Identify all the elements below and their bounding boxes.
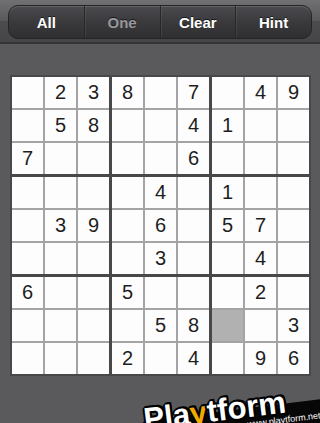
toolbar: All One Clear Hint xyxy=(0,0,320,44)
sudoku-board: 2358787464913946315746558242396 xyxy=(10,75,311,376)
cell-r4c2[interactable] xyxy=(45,177,76,208)
cell-r8c6[interactable]: 8 xyxy=(178,310,209,341)
cell-r1c1[interactable] xyxy=(12,77,43,108)
cell-r7c5[interactable] xyxy=(145,277,176,308)
cell-r9c6[interactable]: 4 xyxy=(178,343,209,374)
cell-r5c1[interactable] xyxy=(12,210,43,241)
cell-r4c8[interactable] xyxy=(245,177,276,208)
cell-r4c3[interactable] xyxy=(78,177,109,208)
cell-r5c5[interactable]: 6 xyxy=(145,210,176,241)
cell-r1c4[interactable]: 8 xyxy=(112,77,143,108)
hint-button[interactable]: Hint xyxy=(236,6,311,38)
cell-r6c2[interactable] xyxy=(45,243,76,274)
cell-r1c2[interactable]: 2 xyxy=(45,77,76,108)
watermark-logo-prefix: Pla xyxy=(141,396,191,423)
cell-r7c9[interactable] xyxy=(278,277,309,308)
cell-r9c4[interactable]: 2 xyxy=(112,343,143,374)
cell-r8c5[interactable]: 5 xyxy=(145,310,176,341)
block-6: 1574 xyxy=(212,177,309,274)
cell-r3c8[interactable] xyxy=(245,143,276,174)
cell-r3c6[interactable]: 6 xyxy=(178,143,209,174)
cell-r1c9[interactable]: 9 xyxy=(278,77,309,108)
cell-r6c5[interactable]: 3 xyxy=(145,243,176,274)
cell-r8c8[interactable] xyxy=(245,310,276,341)
cell-r5c3[interactable]: 9 xyxy=(78,210,109,241)
cell-r1c8[interactable]: 4 xyxy=(245,77,276,108)
block-2: 8746 xyxy=(112,77,209,174)
cell-r2c2[interactable]: 5 xyxy=(45,110,76,141)
cell-r6c6[interactable] xyxy=(178,243,209,274)
cell-r1c3[interactable]: 3 xyxy=(78,77,109,108)
cell-r4c9[interactable] xyxy=(278,177,309,208)
cell-r6c8[interactable]: 4 xyxy=(245,243,276,274)
cell-r9c3[interactable] xyxy=(78,343,109,374)
block-3: 491 xyxy=(212,77,309,174)
cell-r7c6[interactable] xyxy=(178,277,209,308)
cell-r6c7[interactable] xyxy=(212,243,243,274)
cell-r2c1[interactable] xyxy=(12,110,43,141)
cell-r3c5[interactable] xyxy=(145,143,176,174)
cell-r7c4[interactable]: 5 xyxy=(112,277,143,308)
cell-r9c5[interactable] xyxy=(145,343,176,374)
playtform-watermark: Playtform www.playtform.net xyxy=(138,381,320,423)
cell-r5c9[interactable] xyxy=(278,210,309,241)
cell-r7c3[interactable] xyxy=(78,277,109,308)
cell-r8c4[interactable] xyxy=(112,310,143,341)
one-button[interactable]: One xyxy=(85,6,161,38)
cell-r4c7[interactable]: 1 xyxy=(212,177,243,208)
cell-r2c5[interactable] xyxy=(145,110,176,141)
cell-r9c1[interactable] xyxy=(12,343,43,374)
cell-r3c4[interactable] xyxy=(112,143,143,174)
cell-r9c7[interactable] xyxy=(212,343,243,374)
block-4: 39 xyxy=(12,177,109,274)
cell-r1c6[interactable]: 7 xyxy=(178,77,209,108)
cell-r8c7[interactable] xyxy=(212,310,243,341)
cell-r6c4[interactable] xyxy=(112,243,143,274)
cell-r6c3[interactable] xyxy=(78,243,109,274)
cell-r7c2[interactable] xyxy=(45,277,76,308)
cell-r2c7[interactable]: 1 xyxy=(212,110,243,141)
cell-r9c2[interactable] xyxy=(45,343,76,374)
cell-r8c9[interactable]: 3 xyxy=(278,310,309,341)
cell-r5c2[interactable]: 3 xyxy=(45,210,76,241)
cell-r2c3[interactable]: 8 xyxy=(78,110,109,141)
cell-r5c4[interactable] xyxy=(112,210,143,241)
cell-r1c7[interactable] xyxy=(212,77,243,108)
cell-r3c9[interactable] xyxy=(278,143,309,174)
cell-r5c8[interactable]: 7 xyxy=(245,210,276,241)
cell-r3c7[interactable] xyxy=(212,143,243,174)
cell-r7c1[interactable]: 6 xyxy=(12,277,43,308)
cell-r8c3[interactable] xyxy=(78,310,109,341)
cell-r5c6[interactable] xyxy=(178,210,209,241)
block-8: 55824 xyxy=(112,277,209,374)
cell-r3c3[interactable] xyxy=(78,143,109,174)
cell-r7c7[interactable] xyxy=(212,277,243,308)
cell-r5c7[interactable]: 5 xyxy=(212,210,243,241)
cell-r2c4[interactable] xyxy=(112,110,143,141)
block-1: 23587 xyxy=(12,77,109,174)
cell-r4c1[interactable] xyxy=(12,177,43,208)
cell-r4c4[interactable] xyxy=(112,177,143,208)
cell-r8c1[interactable] xyxy=(12,310,43,341)
cell-r6c9[interactable] xyxy=(278,243,309,274)
block-5: 463 xyxy=(112,177,209,274)
cell-r3c2[interactable] xyxy=(45,143,76,174)
cell-r2c9[interactable] xyxy=(278,110,309,141)
segmented-control: All One Clear Hint xyxy=(8,5,312,39)
block-9: 2396 xyxy=(212,277,309,374)
cell-r1c5[interactable] xyxy=(145,77,176,108)
cell-r2c6[interactable]: 4 xyxy=(178,110,209,141)
cell-r9c8[interactable]: 9 xyxy=(245,343,276,374)
cell-r4c6[interactable] xyxy=(178,177,209,208)
cell-r4c5[interactable]: 4 xyxy=(145,177,176,208)
cell-r3c1[interactable]: 7 xyxy=(12,143,43,174)
cell-r6c1[interactable] xyxy=(12,243,43,274)
cell-r7c8[interactable]: 2 xyxy=(245,277,276,308)
cell-r9c9[interactable]: 6 xyxy=(278,343,309,374)
clear-button[interactable]: Clear xyxy=(161,6,237,38)
cell-r2c8[interactable] xyxy=(245,110,276,141)
block-7: 6 xyxy=(12,277,109,374)
cell-r8c2[interactable] xyxy=(45,310,76,341)
all-button[interactable]: All xyxy=(9,6,85,38)
